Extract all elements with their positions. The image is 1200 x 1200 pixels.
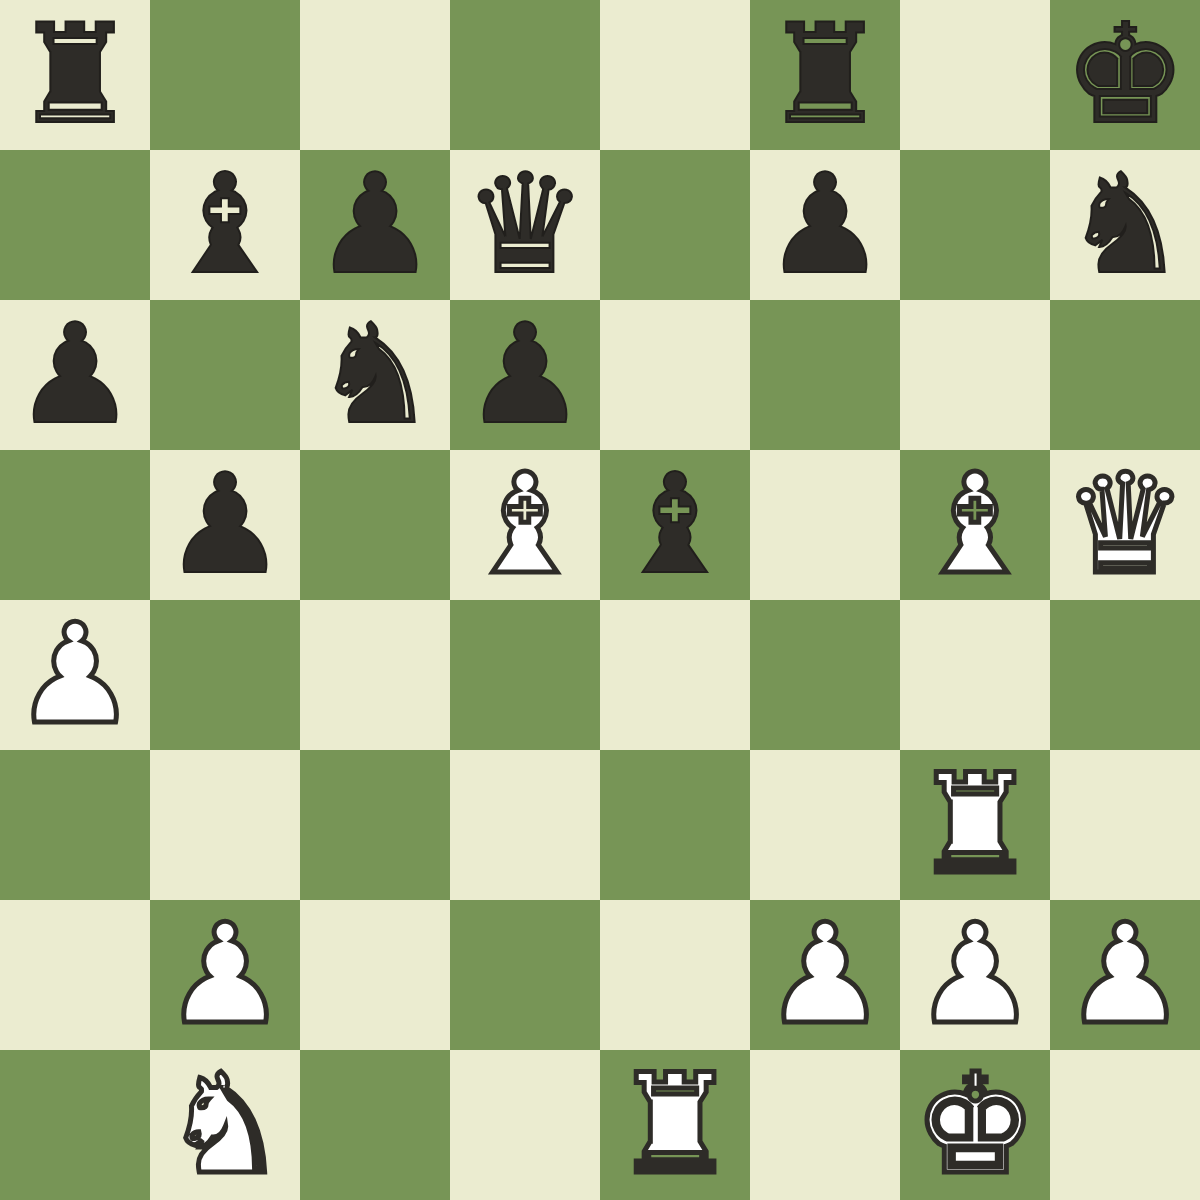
square-c6[interactable]: ♞︎	[300, 300, 450, 450]
square-h1[interactable]	[1050, 1050, 1200, 1200]
square-b1[interactable]: ♞︎	[150, 1050, 300, 1200]
square-b8[interactable]	[150, 0, 300, 150]
square-g6[interactable]	[900, 300, 1050, 450]
square-c7[interactable]: ♟︎	[300, 150, 450, 300]
square-a4[interactable]: ♟︎	[0, 600, 150, 750]
piece-black-king[interactable]: ♚︎	[1063, 0, 1187, 150]
piece-white-king[interactable]: ♚︎	[913, 1050, 1037, 1200]
piece-black-knight[interactable]: ♞︎	[1063, 150, 1187, 300]
square-h7[interactable]: ♞︎	[1050, 150, 1200, 300]
square-e4[interactable]	[600, 600, 750, 750]
square-h8[interactable]: ♚︎	[1050, 0, 1200, 150]
square-a5[interactable]	[0, 450, 150, 600]
square-a1[interactable]	[0, 1050, 150, 1200]
piece-black-rook[interactable]: ♜︎	[13, 0, 137, 150]
square-e3[interactable]	[600, 750, 750, 900]
square-e8[interactable]	[600, 0, 750, 150]
piece-white-pawn[interactable]: ♟︎	[763, 900, 887, 1050]
piece-white-queen[interactable]: ♛︎	[1063, 450, 1187, 600]
square-d8[interactable]	[450, 0, 600, 150]
square-f6[interactable]	[750, 300, 900, 450]
piece-black-queen[interactable]: ♛︎	[463, 150, 587, 300]
square-c8[interactable]	[300, 0, 450, 150]
square-d7[interactable]: ♛︎	[450, 150, 600, 300]
square-b7[interactable]: ♝︎	[150, 150, 300, 300]
square-h4[interactable]	[1050, 600, 1200, 750]
square-g1[interactable]: ♚︎	[900, 1050, 1050, 1200]
piece-white-knight[interactable]: ♞︎	[163, 1050, 287, 1200]
piece-black-pawn[interactable]: ♟︎	[13, 300, 137, 450]
square-c4[interactable]	[300, 600, 450, 750]
piece-black-rook[interactable]: ♜︎	[763, 0, 887, 150]
square-f1[interactable]	[750, 1050, 900, 1200]
square-h3[interactable]	[1050, 750, 1200, 900]
piece-black-pawn[interactable]: ♟︎	[763, 150, 887, 300]
piece-white-pawn[interactable]: ♟︎	[1063, 900, 1187, 1050]
square-b2[interactable]: ♟︎	[150, 900, 300, 1050]
square-f3[interactable]	[750, 750, 900, 900]
square-d5[interactable]: ♝︎	[450, 450, 600, 600]
square-a6[interactable]: ♟︎	[0, 300, 150, 450]
square-c3[interactable]	[300, 750, 450, 900]
chess-board: ♜︎♜︎♚︎♝︎♟︎♛︎♟︎♞︎♟︎♞︎♟︎♟︎♝︎♝︎♝︎♛︎♟︎♜︎♟︎♟︎…	[0, 0, 1200, 1200]
square-d3[interactable]	[450, 750, 600, 900]
square-c1[interactable]	[300, 1050, 450, 1200]
square-a8[interactable]: ♜︎	[0, 0, 150, 150]
square-h2[interactable]: ♟︎	[1050, 900, 1200, 1050]
piece-black-knight[interactable]: ♞︎	[313, 300, 437, 450]
piece-white-rook[interactable]: ♜︎	[913, 750, 1037, 900]
piece-white-bishop[interactable]: ♝︎	[913, 450, 1037, 600]
square-d1[interactable]	[450, 1050, 600, 1200]
square-g4[interactable]	[900, 600, 1050, 750]
square-b4[interactable]	[150, 600, 300, 750]
piece-white-pawn[interactable]: ♟︎	[13, 600, 137, 750]
square-f8[interactable]: ♜︎	[750, 0, 900, 150]
square-h6[interactable]	[1050, 300, 1200, 450]
square-f5[interactable]	[750, 450, 900, 600]
square-d4[interactable]	[450, 600, 600, 750]
square-b6[interactable]	[150, 300, 300, 450]
square-f7[interactable]: ♟︎	[750, 150, 900, 300]
square-d6[interactable]: ♟︎	[450, 300, 600, 450]
square-a7[interactable]	[0, 150, 150, 300]
square-f2[interactable]: ♟︎	[750, 900, 900, 1050]
square-e1[interactable]: ♜︎	[600, 1050, 750, 1200]
square-f4[interactable]	[750, 600, 900, 750]
square-g3[interactable]: ♜︎	[900, 750, 1050, 900]
square-a3[interactable]	[0, 750, 150, 900]
square-c5[interactable]	[300, 450, 450, 600]
square-e7[interactable]	[600, 150, 750, 300]
square-b5[interactable]: ♟︎	[150, 450, 300, 600]
piece-white-pawn[interactable]: ♟︎	[913, 900, 1037, 1050]
square-b3[interactable]	[150, 750, 300, 900]
square-e5[interactable]: ♝︎	[600, 450, 750, 600]
square-a2[interactable]	[0, 900, 150, 1050]
square-g2[interactable]: ♟︎	[900, 900, 1050, 1050]
piece-white-bishop[interactable]: ♝︎	[463, 450, 587, 600]
square-g8[interactable]	[900, 0, 1050, 150]
square-h5[interactable]: ♛︎	[1050, 450, 1200, 600]
piece-white-pawn[interactable]: ♟︎	[163, 900, 287, 1050]
piece-black-bishop[interactable]: ♝︎	[613, 450, 737, 600]
piece-black-pawn[interactable]: ♟︎	[463, 300, 587, 450]
piece-black-bishop[interactable]: ♝︎	[163, 150, 287, 300]
piece-black-pawn[interactable]: ♟︎	[313, 150, 437, 300]
square-d2[interactable]	[450, 900, 600, 1050]
square-e6[interactable]	[600, 300, 750, 450]
square-g7[interactable]	[900, 150, 1050, 300]
piece-black-pawn[interactable]: ♟︎	[163, 450, 287, 600]
square-e2[interactable]	[600, 900, 750, 1050]
square-g5[interactable]: ♝︎	[900, 450, 1050, 600]
piece-white-rook[interactable]: ♜︎	[613, 1050, 737, 1200]
square-c2[interactable]	[300, 900, 450, 1050]
